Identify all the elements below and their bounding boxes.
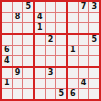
cell-r5c7[interactable]: 1	[68, 46, 78, 56]
cell-r8c5[interactable]	[46, 79, 56, 89]
sudoku-box-6: 91	[2, 68, 33, 99]
cell-r3c1[interactable]	[2, 23, 12, 33]
cell-r2c6[interactable]	[56, 13, 66, 23]
cell-r8c9[interactable]	[89, 79, 99, 89]
cell-r1c4[interactable]	[35, 2, 45, 12]
cell-r9c7[interactable]: 6	[68, 89, 78, 99]
cell-r5c2[interactable]	[13, 46, 23, 56]
cell-r6c9[interactable]	[89, 56, 99, 66]
cell-r5c5[interactable]	[46, 46, 56, 56]
cell-r7c4[interactable]	[35, 68, 45, 78]
cell-r2c8[interactable]	[79, 13, 89, 23]
cell-r7c3[interactable]	[23, 68, 33, 78]
cell-r6c3[interactable]	[23, 56, 33, 66]
cell-r1c1[interactable]	[2, 2, 12, 12]
cell-r4c6[interactable]	[56, 35, 66, 45]
cell-r8c7[interactable]	[68, 79, 78, 89]
cell-r7c9[interactable]	[89, 68, 99, 78]
cell-r6c1[interactable]: 4	[2, 56, 12, 66]
cell-r7c8[interactable]	[79, 68, 89, 78]
sudoku-box-3: 64	[2, 35, 33, 66]
cell-r1c6[interactable]	[56, 2, 66, 12]
cell-r8c4[interactable]	[35, 79, 45, 89]
cell-r6c6[interactable]	[56, 56, 66, 66]
cell-r7c1[interactable]	[2, 68, 12, 78]
cell-r6c5[interactable]	[46, 56, 56, 66]
cell-r8c1[interactable]: 1	[2, 79, 12, 89]
cell-r4c3[interactable]	[23, 35, 33, 45]
cell-r3c2[interactable]	[13, 23, 23, 33]
cell-r8c2[interactable]	[13, 79, 23, 89]
cell-r6c8[interactable]	[79, 56, 89, 66]
cell-r5c3[interactable]	[23, 46, 33, 56]
cell-r4c5[interactable]: 2	[46, 35, 56, 45]
cell-r2c3[interactable]	[23, 13, 33, 23]
cell-r7c2[interactable]: 9	[13, 68, 23, 78]
cell-r7c7[interactable]	[68, 68, 78, 78]
cell-r9c3[interactable]	[23, 89, 33, 99]
cell-r4c2[interactable]	[13, 35, 23, 45]
sudoku-box-2: 73	[68, 2, 99, 33]
cell-r6c2[interactable]	[13, 56, 23, 66]
cell-r9c9[interactable]	[89, 89, 99, 99]
cell-r3c7[interactable]	[68, 23, 78, 33]
cell-r3c4[interactable]: 1	[35, 23, 45, 33]
cell-r8c3[interactable]	[23, 79, 33, 89]
cell-r7c6[interactable]	[56, 68, 66, 78]
cell-r4c1[interactable]	[2, 35, 12, 45]
cell-r2c9[interactable]	[89, 13, 99, 23]
sudoku-box-4: 2	[35, 35, 66, 66]
cell-r4c9[interactable]: 5	[89, 35, 99, 45]
cell-r3c8[interactable]	[79, 23, 89, 33]
cell-r1c9[interactable]: 3	[89, 2, 99, 12]
sudoku-box-5: 51	[68, 35, 99, 66]
cell-r1c5[interactable]	[46, 2, 56, 12]
cell-r9c4[interactable]	[35, 89, 45, 99]
cell-r6c4[interactable]	[35, 56, 45, 66]
cell-r9c5[interactable]	[46, 89, 56, 99]
cell-r7c5[interactable]: 3	[46, 68, 56, 78]
cell-r1c2[interactable]	[13, 2, 23, 12]
cell-r5c4[interactable]	[35, 46, 45, 56]
sudoku-board: 58 41 73 64 2 51 91 35 46	[0, 0, 101, 101]
cell-r5c8[interactable]	[79, 46, 89, 56]
cell-r3c3[interactable]	[23, 23, 33, 33]
cell-r2c4[interactable]: 4	[35, 13, 45, 23]
cell-r5c1[interactable]: 6	[2, 46, 12, 56]
sudoku-box-8: 46	[68, 68, 99, 99]
cell-r4c7[interactable]	[68, 35, 78, 45]
sudoku-box-0: 58	[2, 2, 33, 33]
cell-r4c4[interactable]	[35, 35, 45, 45]
cell-r8c8[interactable]: 4	[79, 79, 89, 89]
cell-r1c7[interactable]	[68, 2, 78, 12]
cell-r2c5[interactable]	[46, 13, 56, 23]
cell-r2c1[interactable]	[2, 13, 12, 23]
cell-r1c3[interactable]: 5	[23, 2, 33, 12]
cell-r9c2[interactable]	[13, 89, 23, 99]
cell-r9c1[interactable]	[2, 89, 12, 99]
cell-r2c7[interactable]	[68, 13, 78, 23]
cell-r3c6[interactable]	[56, 23, 66, 33]
cell-r9c8[interactable]	[79, 89, 89, 99]
cell-r3c9[interactable]	[89, 23, 99, 33]
sudoku-box-7: 35	[35, 68, 66, 99]
cell-r5c9[interactable]	[89, 46, 99, 56]
cell-r9c6[interactable]: 5	[56, 89, 66, 99]
cell-r6c7[interactable]	[68, 56, 78, 66]
cell-r2c2[interactable]: 8	[13, 13, 23, 23]
cell-r8c6[interactable]	[56, 79, 66, 89]
cell-r1c8[interactable]: 7	[79, 2, 89, 12]
cell-r4c8[interactable]	[79, 35, 89, 45]
cell-r3c5[interactable]	[46, 23, 56, 33]
cell-r5c6[interactable]	[56, 46, 66, 56]
sudoku-box-1: 41	[35, 2, 66, 33]
